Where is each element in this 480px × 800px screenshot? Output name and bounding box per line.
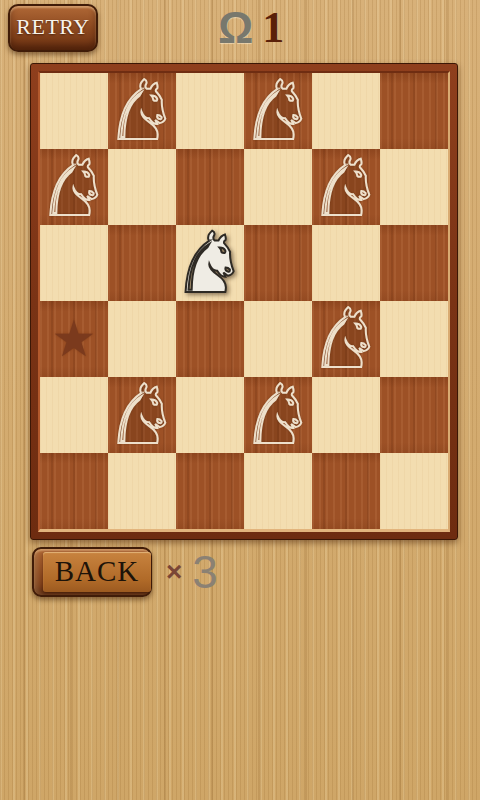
target-knight-outline: ♞ (312, 301, 380, 377)
square-r4c5[interactable] (380, 377, 448, 453)
retry-button[interactable]: RETRY (8, 4, 98, 52)
square-r0c3[interactable]: ♞ (244, 73, 312, 149)
square-r2c2[interactable]: ♞ (176, 225, 244, 301)
star-marker: ★ (52, 314, 97, 364)
square-r4c1[interactable]: ♞ (108, 377, 176, 453)
back-button-label: BACK (43, 552, 152, 592)
horseshoe-count: 1 (262, 6, 284, 50)
square-r3c2[interactable] (176, 301, 244, 377)
square-r5c4[interactable] (312, 453, 380, 529)
puzzle-board: ♞♞♞♞♞★♞♞♞ (30, 63, 458, 540)
multiply-icon: × (166, 558, 182, 586)
square-r2c4[interactable] (312, 225, 380, 301)
square-r5c1[interactable] (108, 453, 176, 529)
target-knight-outline: ♞ (108, 377, 176, 453)
horseshoe-counter: Ω 1 (218, 6, 284, 50)
square-r2c5[interactable] (380, 225, 448, 301)
target-knight-outline: ♞ (244, 73, 312, 149)
target-knight-outline: ♞ (40, 149, 108, 225)
square-r3c5[interactable] (380, 301, 448, 377)
back-controls: BACK × 3 (32, 547, 218, 597)
square-r4c3[interactable]: ♞ (244, 377, 312, 453)
board-grid: ♞♞♞♞♞★♞♞♞ (38, 71, 450, 532)
square-r3c1[interactable] (108, 301, 176, 377)
square-r1c2[interactable] (176, 149, 244, 225)
square-r4c2[interactable] (176, 377, 244, 453)
square-r4c0[interactable] (40, 377, 108, 453)
square-r3c3[interactable] (244, 301, 312, 377)
square-r0c2[interactable] (176, 73, 244, 149)
back-button[interactable]: BACK (32, 547, 152, 597)
square-r3c0[interactable]: ★ (40, 301, 108, 377)
square-r0c5[interactable] (380, 73, 448, 149)
square-r3c4[interactable]: ♞ (312, 301, 380, 377)
back-remaining-count: 3 (192, 549, 218, 595)
square-r5c2[interactable] (176, 453, 244, 529)
square-r2c3[interactable] (244, 225, 312, 301)
square-r5c5[interactable] (380, 453, 448, 529)
horseshoe-icon: Ω (218, 6, 253, 50)
square-r0c4[interactable] (312, 73, 380, 149)
square-r2c1[interactable] (108, 225, 176, 301)
square-r2c0[interactable] (40, 225, 108, 301)
game-screen: RETRY Ω 1 ♞♞♞♞♞★♞♞♞ BACK × 3 (0, 0, 480, 800)
square-r4c4[interactable] (312, 377, 380, 453)
square-r5c0[interactable] (40, 453, 108, 529)
square-r5c3[interactable] (244, 453, 312, 529)
target-knight-outline: ♞ (312, 149, 380, 225)
target-knight-outline: ♞ (244, 377, 312, 453)
square-r1c5[interactable] (380, 149, 448, 225)
square-r1c0[interactable]: ♞ (40, 149, 108, 225)
white-knight[interactable]: ♞ (176, 225, 244, 301)
square-r1c1[interactable] (108, 149, 176, 225)
square-r1c3[interactable] (244, 149, 312, 225)
square-r0c1[interactable]: ♞ (108, 73, 176, 149)
square-r0c0[interactable] (40, 73, 108, 149)
target-knight-outline: ♞ (108, 73, 176, 149)
square-r1c4[interactable]: ♞ (312, 149, 380, 225)
